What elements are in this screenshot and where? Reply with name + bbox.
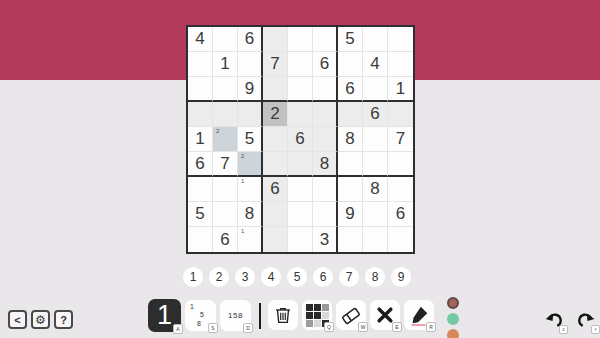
redo-hotkey: Y bbox=[591, 325, 600, 334]
cell-r1c1[interactable]: 4 bbox=[188, 27, 213, 52]
cell-r3c5[interactable] bbox=[288, 77, 313, 102]
cell-r4c2[interactable] bbox=[213, 102, 238, 127]
cell-digit: 2 bbox=[270, 104, 279, 124]
corner-mode-digit-middle: 5 bbox=[200, 311, 204, 318]
cell-r9c2[interactable]: 6 bbox=[213, 227, 238, 252]
cell-r4c4[interactable]: 2 bbox=[263, 102, 288, 127]
sudoku-grid: 46517649612612568767281685896613 bbox=[186, 25, 415, 254]
cell-r6c6[interactable]: 8 bbox=[313, 152, 338, 177]
cell-r5c7[interactable]: 8 bbox=[338, 127, 363, 152]
cell-digit: 6 bbox=[295, 129, 304, 149]
cell-r3c3[interactable]: 9 bbox=[238, 77, 263, 102]
cell-digit: 4 bbox=[370, 54, 379, 74]
cell-r7c1[interactable] bbox=[188, 177, 213, 202]
cell-digit: 4 bbox=[195, 29, 204, 49]
back-icon: < bbox=[14, 314, 20, 326]
cell-r7c5[interactable] bbox=[288, 177, 313, 202]
cell-r6c5[interactable] bbox=[288, 152, 313, 177]
cell-r1c5[interactable] bbox=[288, 27, 313, 52]
undo-hotkey: Z bbox=[559, 325, 568, 334]
digit-button-8[interactable]: 8 bbox=[365, 267, 385, 287]
eraser-hotkey: W bbox=[358, 322, 368, 332]
corner-mode-digit-topleft: 1 bbox=[190, 303, 194, 310]
back-button[interactable]: < bbox=[8, 310, 27, 329]
cell-r2c1[interactable] bbox=[188, 52, 213, 77]
cell-digit: 6 bbox=[270, 179, 279, 199]
digit-button-3[interactable]: 3 bbox=[235, 267, 255, 287]
trash-icon bbox=[272, 304, 294, 326]
tool-buttons: Q W E R bbox=[268, 300, 434, 330]
cell-r7c7[interactable] bbox=[338, 177, 363, 202]
cell-r3c8[interactable] bbox=[363, 77, 388, 102]
cell-r1c4[interactable] bbox=[263, 27, 288, 52]
normal-mode-hotkey: A bbox=[173, 324, 183, 334]
cell-r2c4[interactable]: 7 bbox=[263, 52, 288, 77]
digit-button-9[interactable]: 9 bbox=[391, 267, 411, 287]
cell-r5c3[interactable]: 5 bbox=[238, 127, 263, 152]
cell-r8c4[interactable] bbox=[263, 202, 288, 227]
cell-digit: 7 bbox=[220, 154, 229, 174]
cell-r9c3[interactable]: 1 bbox=[238, 227, 263, 252]
cell-r4c9[interactable] bbox=[388, 102, 413, 127]
cell-r4c1[interactable] bbox=[188, 102, 213, 127]
gear-icon: ⚙ bbox=[35, 313, 46, 327]
cell-r9c1[interactable] bbox=[188, 227, 213, 252]
bottom-left-nav: < ⚙ ? bbox=[8, 310, 73, 329]
cell-r6c2[interactable]: 7 bbox=[213, 152, 238, 177]
center-mode-button[interactable]: 158 D bbox=[220, 300, 251, 331]
corner-pencil-mark: 2 bbox=[241, 153, 244, 159]
corner-pencil-mark: 1 bbox=[241, 228, 244, 234]
cell-r5c6[interactable] bbox=[313, 127, 338, 152]
cell-r8c5[interactable] bbox=[288, 202, 313, 227]
cell-r4c8[interactable]: 6 bbox=[363, 102, 388, 127]
cell-r1c3[interactable]: 6 bbox=[238, 27, 263, 52]
cell-r6c1[interactable]: 6 bbox=[188, 152, 213, 177]
cell-r3c7[interactable]: 6 bbox=[338, 77, 363, 102]
marker-hotkey: R bbox=[426, 322, 436, 332]
digit-button-1[interactable]: 1 bbox=[183, 267, 203, 287]
cell-r4c5[interactable] bbox=[288, 102, 313, 127]
cell-r9c8[interactable] bbox=[363, 227, 388, 252]
clear-button[interactable]: E bbox=[370, 300, 400, 330]
digit-button-2[interactable]: 2 bbox=[209, 267, 229, 287]
cell-r8c9[interactable]: 6 bbox=[388, 202, 413, 227]
cell-r1c2[interactable] bbox=[213, 27, 238, 52]
cell-r7c3[interactable]: 1 bbox=[238, 177, 263, 202]
undo-button[interactable]: Z bbox=[543, 309, 565, 331]
cell-r1c9[interactable] bbox=[388, 27, 413, 52]
cell-r8c7[interactable]: 9 bbox=[338, 202, 363, 227]
marker-button[interactable]: R bbox=[404, 300, 434, 330]
digit-row: 123456789 bbox=[183, 267, 411, 287]
cell-digit: 9 bbox=[245, 79, 254, 99]
help-button[interactable]: ? bbox=[54, 310, 73, 329]
cell-digit: 8 bbox=[370, 179, 379, 199]
corner-mode-hotkey: S bbox=[208, 323, 218, 333]
cell-digit: 8 bbox=[345, 129, 354, 149]
cell-digit: 8 bbox=[320, 154, 329, 174]
normal-mode-label: 1 bbox=[157, 300, 172, 331]
cell-r5c4[interactable] bbox=[263, 127, 288, 152]
cell-r6c8[interactable] bbox=[363, 152, 388, 177]
cell-digit: 6 bbox=[195, 154, 204, 174]
color-swatch-orange[interactable] bbox=[447, 329, 459, 338]
cell-digit: 6 bbox=[220, 230, 229, 250]
sudoku-app: 46517649612612568767281685896613 1234567… bbox=[0, 0, 600, 338]
cell-r5c5[interactable]: 6 bbox=[288, 127, 313, 152]
cell-r5c2[interactable]: 2 bbox=[213, 127, 238, 152]
cell-r7c9[interactable] bbox=[388, 177, 413, 202]
clear-hotkey: E bbox=[392, 322, 402, 332]
cell-digit: 7 bbox=[270, 54, 279, 74]
cell-r9c9[interactable] bbox=[388, 227, 413, 252]
cell-digit: 6 bbox=[245, 29, 254, 49]
entry-mode-buttons: 1 A 1 5 8 S 158 D bbox=[148, 299, 251, 332]
cell-r1c8[interactable] bbox=[363, 27, 388, 52]
cell-r1c6[interactable] bbox=[313, 27, 338, 52]
cell-r9c7[interactable] bbox=[338, 227, 363, 252]
cell-digit: 6 bbox=[396, 204, 405, 224]
corner-mode-button[interactable]: 1 5 8 S bbox=[185, 300, 216, 331]
eraser-button[interactable]: W bbox=[336, 300, 366, 330]
corner-pencil-mark: 2 bbox=[216, 128, 219, 134]
cell-r8c6[interactable] bbox=[313, 202, 338, 227]
cell-digit: 6 bbox=[370, 104, 379, 124]
cell-r4c3[interactable] bbox=[238, 102, 263, 127]
cell-r3c6[interactable] bbox=[313, 77, 338, 102]
toolbar-divider bbox=[259, 303, 261, 329]
cell-r7c2[interactable] bbox=[213, 177, 238, 202]
cell-r5c9[interactable]: 7 bbox=[388, 127, 413, 152]
help-icon: ? bbox=[60, 314, 67, 326]
cell-r7c8[interactable]: 8 bbox=[363, 177, 388, 202]
cell-r2c3[interactable] bbox=[238, 52, 263, 77]
color-swatches bbox=[447, 297, 459, 338]
center-mode-hotkey: D bbox=[243, 323, 253, 333]
cell-r3c4[interactable] bbox=[263, 77, 288, 102]
cell-r7c4[interactable]: 6 bbox=[263, 177, 288, 202]
cell-r6c3[interactable]: 2 bbox=[238, 152, 263, 177]
digit-button-5[interactable]: 5 bbox=[287, 267, 307, 287]
cell-digit: 6 bbox=[345, 79, 354, 99]
cell-r6c7[interactable] bbox=[338, 152, 363, 177]
cell-digit: 1 bbox=[195, 129, 204, 149]
delete-button[interactable] bbox=[268, 300, 298, 330]
digit-button-7[interactable]: 7 bbox=[339, 267, 359, 287]
digit-button-4[interactable]: 4 bbox=[261, 267, 281, 287]
cell-r8c1[interactable]: 5 bbox=[188, 202, 213, 227]
cell-r3c1[interactable] bbox=[188, 77, 213, 102]
cell-r4c7[interactable] bbox=[338, 102, 363, 127]
cell-r2c2[interactable]: 1 bbox=[213, 52, 238, 77]
normal-mode-button[interactable]: 1 A bbox=[148, 299, 181, 332]
cell-r8c3[interactable]: 8 bbox=[238, 202, 263, 227]
color-mode-hotkey: Q bbox=[324, 322, 334, 332]
cell-digit: 5 bbox=[195, 204, 204, 224]
digit-button-6[interactable]: 6 bbox=[313, 267, 333, 287]
cell-r3c2[interactable] bbox=[213, 77, 238, 102]
cell-digit: 8 bbox=[245, 204, 254, 224]
cell-r1c7[interactable]: 5 bbox=[338, 27, 363, 52]
cell-digit: 5 bbox=[345, 29, 354, 49]
corner-mode-digit-bottom: 8 bbox=[197, 320, 201, 327]
cell-digit: 1 bbox=[220, 54, 229, 74]
cell-r9c6[interactable]: 3 bbox=[313, 227, 338, 252]
cell-digit: 1 bbox=[396, 79, 405, 99]
cell-r2c8[interactable]: 4 bbox=[363, 52, 388, 77]
color-swatch-maroon[interactable] bbox=[447, 297, 459, 309]
cell-digit: 5 bbox=[245, 129, 254, 149]
cell-r4c6[interactable] bbox=[313, 102, 338, 127]
cell-r9c5[interactable] bbox=[288, 227, 313, 252]
cell-r7c6[interactable] bbox=[313, 177, 338, 202]
cell-r2c9[interactable] bbox=[388, 52, 413, 77]
cell-r8c2[interactable] bbox=[213, 202, 238, 227]
corner-pencil-mark: 1 bbox=[241, 178, 244, 184]
color-mode-button[interactable]: Q bbox=[302, 300, 332, 330]
cell-r6c4[interactable] bbox=[263, 152, 288, 177]
cell-digit: 3 bbox=[320, 230, 329, 250]
color-swatch-mint[interactable] bbox=[447, 313, 459, 325]
cell-digit: 9 bbox=[345, 204, 354, 224]
cell-r3c9[interactable]: 1 bbox=[388, 77, 413, 102]
settings-button[interactable]: ⚙ bbox=[31, 310, 50, 329]
cell-r2c6[interactable]: 6 bbox=[313, 52, 338, 77]
redo-button[interactable]: Y bbox=[575, 309, 597, 331]
cell-digit: 7 bbox=[396, 129, 405, 149]
cell-r8c8[interactable] bbox=[363, 202, 388, 227]
cell-r5c1[interactable]: 1 bbox=[188, 127, 213, 152]
cell-digit: 6 bbox=[320, 54, 329, 74]
cell-r5c8[interactable] bbox=[363, 127, 388, 152]
cell-r6c9[interactable] bbox=[388, 152, 413, 177]
cell-r2c7[interactable] bbox=[338, 52, 363, 77]
cell-r2c5[interactable] bbox=[288, 52, 313, 77]
cell-r9c4[interactable] bbox=[263, 227, 288, 252]
